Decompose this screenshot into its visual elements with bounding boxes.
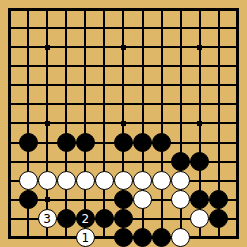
move-number-label: 2: [82, 213, 90, 225]
white-stone[interactable]: 1: [76, 228, 95, 247]
black-stone[interactable]: [114, 228, 133, 247]
black-stone[interactable]: [76, 133, 95, 152]
black-stone[interactable]: [95, 209, 114, 228]
black-stone[interactable]: [19, 133, 38, 152]
white-stone[interactable]: [190, 209, 209, 228]
black-stone[interactable]: [209, 209, 228, 228]
black-stone[interactable]: [133, 133, 152, 152]
black-stone[interactable]: [152, 133, 171, 152]
white-stone[interactable]: [171, 171, 190, 190]
white-stone[interactable]: [57, 171, 76, 190]
black-stone[interactable]: [57, 133, 76, 152]
white-stone[interactable]: [171, 228, 190, 247]
black-stone[interactable]: [209, 190, 228, 209]
white-stone[interactable]: [171, 190, 190, 209]
grid-line-vertical: [236, 8, 239, 240]
white-stone[interactable]: 3: [38, 209, 57, 228]
black-stone[interactable]: [171, 152, 190, 171]
white-stone[interactable]: [95, 171, 114, 190]
star-point: [197, 121, 202, 126]
go-diagram: 321: [0, 0, 247, 247]
black-stone[interactable]: 2: [76, 209, 95, 228]
black-stone[interactable]: [19, 190, 38, 209]
grid-line-vertical: [161, 8, 163, 240]
white-stone[interactable]: [114, 171, 133, 190]
move-number-label: 1: [82, 232, 90, 244]
star-point: [197, 45, 202, 50]
black-stone[interactable]: [133, 228, 152, 247]
white-stone[interactable]: [152, 171, 171, 190]
black-stone[interactable]: [190, 190, 209, 209]
black-stone[interactable]: [152, 228, 171, 247]
black-stone[interactable]: [114, 209, 133, 228]
move-number-label: 3: [43, 213, 51, 225]
white-stone[interactable]: [133, 171, 152, 190]
white-stone[interactable]: [38, 171, 57, 190]
black-stone[interactable]: [114, 133, 133, 152]
star-point: [45, 45, 50, 50]
white-stone[interactable]: [19, 171, 38, 190]
go-board[interactable]: 321: [0, 0, 247, 247]
white-stone[interactable]: [76, 171, 95, 190]
star-point: [45, 121, 50, 126]
star-point: [121, 121, 126, 126]
black-stone[interactable]: [190, 152, 209, 171]
star-point: [121, 45, 126, 50]
black-stone[interactable]: [114, 190, 133, 209]
star-point: [45, 197, 50, 202]
white-stone[interactable]: [133, 190, 152, 209]
black-stone[interactable]: [57, 209, 76, 228]
